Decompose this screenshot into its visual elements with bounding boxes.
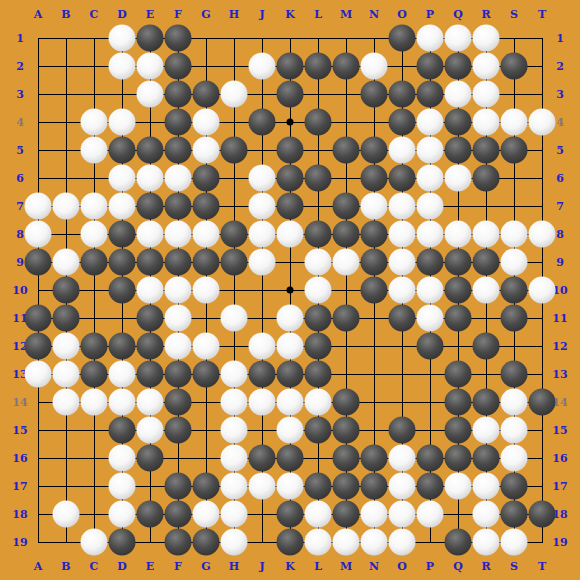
white-stone-E14[interactable] [137,389,164,416]
white-stone-H18[interactable] [221,501,248,528]
black-stone-K2[interactable] [277,53,304,80]
white-stone-S8[interactable] [501,221,528,248]
black-stone-L8[interactable] [305,221,332,248]
white-stone-D13[interactable] [109,361,136,388]
white-stone-S15[interactable] [501,417,528,444]
white-stone-D2[interactable] [109,53,136,80]
black-stone-K5[interactable] [277,137,304,164]
coord-bottom-E: E [146,561,154,572]
coord-bottom-N: N [369,561,379,572]
black-stone-M5[interactable] [333,137,360,164]
white-stone-E3[interactable] [137,81,164,108]
black-stone-O15[interactable] [389,417,416,444]
black-stone-S18[interactable] [501,501,528,528]
coord-left-17: 17 [12,481,27,492]
black-stone-F9[interactable] [165,249,192,276]
black-stone-Q10[interactable] [445,277,472,304]
black-stone-N3[interactable] [361,81,388,108]
black-stone-K3[interactable] [277,81,304,108]
black-stone-D5[interactable] [109,137,136,164]
white-stone-C8[interactable] [81,221,108,248]
white-stone-D17[interactable] [109,473,136,500]
white-stone-L10[interactable] [305,277,332,304]
white-stone-M9[interactable] [333,249,360,276]
black-stone-P17[interactable] [417,473,444,500]
white-stone-H14[interactable] [221,389,248,416]
white-stone-Q3[interactable] [445,81,472,108]
white-stone-H13[interactable] [221,361,248,388]
black-stone-E11[interactable] [137,305,164,332]
coord-right-17: 17 [552,481,567,492]
coord-right-7: 7 [556,201,564,212]
black-stone-A12[interactable] [25,333,52,360]
coord-left-2: 2 [16,61,24,72]
white-stone-J2[interactable] [249,53,276,80]
white-stone-R17[interactable] [473,473,500,500]
coord-left-10: 10 [12,285,27,296]
black-stone-H9[interactable] [221,249,248,276]
white-stone-P6[interactable] [417,165,444,192]
black-stone-R12[interactable] [473,333,500,360]
white-stone-B7[interactable] [53,193,80,220]
black-stone-B11[interactable] [53,305,80,332]
coord-right-15: 15 [552,425,567,436]
white-stone-R3[interactable] [473,81,500,108]
black-stone-F14[interactable] [165,389,192,416]
coord-top-C: C [90,9,99,20]
white-stone-O5[interactable] [389,137,416,164]
black-stone-Q16[interactable] [445,445,472,472]
star-point-K4 [287,119,294,126]
white-stone-R19[interactable] [473,529,500,556]
black-stone-L13[interactable] [305,361,332,388]
coord-top-O: O [397,9,407,20]
coord-top-A: A [34,9,43,20]
black-stone-F1[interactable] [165,25,192,52]
white-stone-J12[interactable] [249,333,276,360]
white-stone-R18[interactable] [473,501,500,528]
white-stone-K15[interactable] [277,417,304,444]
black-stone-A9[interactable] [25,249,52,276]
black-stone-F3[interactable] [165,81,192,108]
white-stone-R8[interactable] [473,221,500,248]
coord-bottom-K: K [285,561,295,572]
white-stone-J8[interactable] [249,221,276,248]
coord-right-2: 2 [556,61,564,72]
coord-right-19: 19 [552,537,567,548]
white-stone-E6[interactable] [137,165,164,192]
white-stone-R15[interactable] [473,417,500,444]
white-stone-Q8[interactable] [445,221,472,248]
coord-top-H: H [229,9,239,20]
white-stone-B12[interactable] [53,333,80,360]
coord-right-13: 13 [552,369,567,380]
black-stone-D10[interactable] [109,277,136,304]
black-stone-Q2[interactable] [445,53,472,80]
white-stone-O7[interactable] [389,193,416,220]
white-stone-K14[interactable] [277,389,304,416]
black-stone-L17[interactable] [305,473,332,500]
coord-left-4: 4 [16,117,24,128]
coord-left-3: 3 [16,89,24,100]
black-stone-G3[interactable] [193,81,220,108]
black-stone-Q14[interactable] [445,389,472,416]
black-stone-P2[interactable] [417,53,444,80]
black-stone-N10[interactable] [361,277,388,304]
white-stone-E15[interactable] [137,417,164,444]
white-stone-B18[interactable] [53,501,80,528]
coord-left-8: 8 [16,229,24,240]
white-stone-P1[interactable] [417,25,444,52]
black-stone-J16[interactable] [249,445,276,472]
white-stone-R1[interactable] [473,25,500,52]
white-stone-C5[interactable] [81,137,108,164]
white-stone-S9[interactable] [501,249,528,276]
coord-left-15: 15 [12,425,27,436]
white-stone-R4[interactable] [473,109,500,136]
black-stone-F4[interactable] [165,109,192,136]
white-stone-P5[interactable] [417,137,444,164]
white-stone-Q17[interactable] [445,473,472,500]
white-stone-D6[interactable] [109,165,136,192]
white-stone-N2[interactable] [361,53,388,80]
black-stone-F19[interactable] [165,529,192,556]
coord-bottom-B: B [61,561,70,572]
black-stone-L6[interactable] [305,165,332,192]
white-stone-B9[interactable] [53,249,80,276]
white-stone-O16[interactable] [389,445,416,472]
black-stone-L4[interactable] [305,109,332,136]
black-stone-K19[interactable] [277,529,304,556]
coord-top-L: L [314,9,322,20]
black-stone-F13[interactable] [165,361,192,388]
white-stone-P7[interactable] [417,193,444,220]
white-stone-S19[interactable] [501,529,528,556]
coord-top-R: R [481,9,490,20]
white-stone-P18[interactable] [417,501,444,528]
white-stone-K17[interactable] [277,473,304,500]
black-stone-Q13[interactable] [445,361,472,388]
coord-left-18: 18 [12,509,27,520]
black-stone-P9[interactable] [417,249,444,276]
black-stone-M18[interactable] [333,501,360,528]
white-stone-J9[interactable] [249,249,276,276]
black-stone-P16[interactable] [417,445,444,472]
white-stone-H16[interactable] [221,445,248,472]
white-stone-Q6[interactable] [445,165,472,192]
white-stone-S16[interactable] [501,445,528,472]
white-stone-T4[interactable] [529,109,556,136]
white-stone-H3[interactable] [221,81,248,108]
white-stone-E10[interactable] [137,277,164,304]
white-stone-E8[interactable] [137,221,164,248]
black-stone-C9[interactable] [81,249,108,276]
black-stone-R5[interactable] [473,137,500,164]
white-stone-D16[interactable] [109,445,136,472]
coord-left-6: 6 [16,173,24,184]
white-stone-A13[interactable] [25,361,52,388]
coord-left-14: 14 [12,397,27,408]
white-stone-D14[interactable] [109,389,136,416]
black-stone-Q9[interactable] [445,249,472,276]
black-stone-E9[interactable] [137,249,164,276]
black-stone-K18[interactable] [277,501,304,528]
white-stone-J17[interactable] [249,473,276,500]
black-stone-G17[interactable] [193,473,220,500]
white-stone-G18[interactable] [193,501,220,528]
white-stone-P4[interactable] [417,109,444,136]
white-stone-S14[interactable] [501,389,528,416]
coord-right-12: 12 [552,341,567,352]
black-stone-C13[interactable] [81,361,108,388]
white-stone-G12[interactable] [193,333,220,360]
black-stone-S5[interactable] [501,137,528,164]
black-stone-G13[interactable] [193,361,220,388]
white-stone-L19[interactable] [305,529,332,556]
white-stone-P10[interactable] [417,277,444,304]
white-stone-K11[interactable] [277,305,304,332]
black-stone-Q11[interactable] [445,305,472,332]
black-stone-E5[interactable] [137,137,164,164]
coord-bottom-H: H [229,561,239,572]
black-stone-F5[interactable] [165,137,192,164]
black-stone-P3[interactable] [417,81,444,108]
black-stone-D8[interactable] [109,221,136,248]
coord-top-F: F [174,9,182,20]
black-stone-F2[interactable] [165,53,192,80]
coord-left-16: 16 [12,453,27,464]
black-stone-Q4[interactable] [445,109,472,136]
white-stone-J7[interactable] [249,193,276,220]
black-stone-M14[interactable] [333,389,360,416]
black-stone-K6[interactable] [277,165,304,192]
white-stone-O9[interactable] [389,249,416,276]
white-stone-R10[interactable] [473,277,500,304]
black-stone-N9[interactable] [361,249,388,276]
black-stone-S13[interactable] [501,361,528,388]
coord-right-9: 9 [556,257,564,268]
black-stone-E12[interactable] [137,333,164,360]
coord-bottom-D: D [117,561,127,572]
white-stone-O8[interactable] [389,221,416,248]
white-stone-C4[interactable] [81,109,108,136]
white-stone-T8[interactable] [529,221,556,248]
white-stone-C7[interactable] [81,193,108,220]
black-stone-N17[interactable] [361,473,388,500]
white-stone-H19[interactable] [221,529,248,556]
coord-right-4: 4 [556,117,564,128]
black-stone-N8[interactable] [361,221,388,248]
coord-bottom-J: J [259,561,264,572]
black-stone-L12[interactable] [305,333,332,360]
white-stone-N18[interactable] [361,501,388,528]
white-stone-B14[interactable] [53,389,80,416]
black-stone-S10[interactable] [501,277,528,304]
white-stone-G10[interactable] [193,277,220,304]
black-stone-A11[interactable] [25,305,52,332]
white-stone-G8[interactable] [193,221,220,248]
white-stone-O18[interactable] [389,501,416,528]
go-board[interactable]: AABBCCDDEEFFGGHHJJKKLLMMNNOOPPQQRRSSTT11… [0,0,580,580]
black-stone-G7[interactable] [193,193,220,220]
coord-bottom-R: R [481,561,490,572]
white-stone-J6[interactable] [249,165,276,192]
white-stone-P11[interactable] [417,305,444,332]
coord-top-D: D [117,9,127,20]
black-stone-M15[interactable] [333,417,360,444]
black-stone-H8[interactable] [221,221,248,248]
coord-bottom-T: T [538,561,546,572]
black-stone-N16[interactable] [361,445,388,472]
black-stone-E7[interactable] [137,193,164,220]
black-stone-O1[interactable] [389,25,416,52]
coord-bottom-A: A [34,561,43,572]
black-stone-O4[interactable] [389,109,416,136]
black-stone-Q5[interactable] [445,137,472,164]
black-stone-E18[interactable] [137,501,164,528]
black-stone-E16[interactable] [137,445,164,472]
black-stone-T18[interactable] [529,501,556,528]
white-stone-B13[interactable] [53,361,80,388]
white-stone-O17[interactable] [389,473,416,500]
black-stone-E1[interactable] [137,25,164,52]
white-stone-C19[interactable] [81,529,108,556]
black-stone-D12[interactable] [109,333,136,360]
black-stone-N5[interactable] [361,137,388,164]
black-stone-C12[interactable] [81,333,108,360]
coord-top-G: G [201,9,210,20]
white-stone-D1[interactable] [109,25,136,52]
coord-right-1: 1 [556,33,564,44]
white-stone-C14[interactable] [81,389,108,416]
black-stone-J13[interactable] [249,361,276,388]
coord-top-T: T [538,9,546,20]
coord-bottom-G: G [201,561,210,572]
white-stone-F8[interactable] [165,221,192,248]
black-stone-M16[interactable] [333,445,360,472]
black-stone-O6[interactable] [389,165,416,192]
black-stone-R6[interactable] [473,165,500,192]
black-stone-G9[interactable] [193,249,220,276]
black-stone-Q15[interactable] [445,417,472,444]
coord-bottom-M: M [340,561,352,572]
black-stone-Q19[interactable] [445,529,472,556]
black-stone-S2[interactable] [501,53,528,80]
white-stone-F11[interactable] [165,305,192,332]
black-stone-M7[interactable] [333,193,360,220]
black-stone-S11[interactable] [501,305,528,332]
white-stone-G5[interactable] [193,137,220,164]
black-stone-L2[interactable] [305,53,332,80]
coord-top-B: B [61,9,70,20]
black-stone-E13[interactable] [137,361,164,388]
coord-right-16: 16 [552,453,567,464]
white-stone-E2[interactable] [137,53,164,80]
white-stone-T10[interactable] [529,277,556,304]
white-stone-L14[interactable] [305,389,332,416]
black-stone-H5[interactable] [221,137,248,164]
coord-left-9: 9 [16,257,24,268]
coord-right-11: 11 [552,313,567,324]
black-stone-B10[interactable] [53,277,80,304]
black-stone-J4[interactable] [249,109,276,136]
white-stone-F6[interactable] [165,165,192,192]
white-stone-S4[interactable] [501,109,528,136]
black-stone-G19[interactable] [193,529,220,556]
black-stone-F15[interactable] [165,417,192,444]
black-stone-T14[interactable] [529,389,556,416]
coord-left-1: 1 [16,33,24,44]
black-stone-M11[interactable] [333,305,360,332]
coord-top-Q: Q [453,9,463,20]
black-stone-D15[interactable] [109,417,136,444]
white-stone-M19[interactable] [333,529,360,556]
coord-bottom-O: O [397,561,407,572]
white-stone-G4[interactable] [193,109,220,136]
white-stone-O19[interactable] [389,529,416,556]
white-stone-A8[interactable] [25,221,52,248]
white-stone-P8[interactable] [417,221,444,248]
black-stone-P12[interactable] [417,333,444,360]
white-stone-H15[interactable] [221,417,248,444]
black-stone-R14[interactable] [473,389,500,416]
black-stone-M17[interactable] [333,473,360,500]
white-stone-F10[interactable] [165,277,192,304]
white-stone-R2[interactable] [473,53,500,80]
black-stone-K13[interactable] [277,361,304,388]
white-stone-L18[interactable] [305,501,332,528]
white-stone-H17[interactable] [221,473,248,500]
black-stone-M2[interactable] [333,53,360,80]
black-stone-M8[interactable] [333,221,360,248]
white-stone-F12[interactable] [165,333,192,360]
black-stone-O11[interactable] [389,305,416,332]
coord-bottom-P: P [426,561,434,572]
black-stone-D19[interactable] [109,529,136,556]
white-stone-D7[interactable] [109,193,136,220]
black-stone-O3[interactable] [389,81,416,108]
black-stone-L11[interactable] [305,305,332,332]
coord-top-J: J [259,9,264,20]
black-stone-F7[interactable] [165,193,192,220]
white-stone-A7[interactable] [25,193,52,220]
white-stone-D18[interactable] [109,501,136,528]
white-stone-J14[interactable] [249,389,276,416]
black-stone-S17[interactable] [501,473,528,500]
black-stone-L15[interactable] [305,417,332,444]
black-stone-K7[interactable] [277,193,304,220]
coord-left-5: 5 [16,145,24,156]
black-stone-D9[interactable] [109,249,136,276]
black-stone-G6[interactable] [193,165,220,192]
black-stone-F17[interactable] [165,473,192,500]
white-stone-Q1[interactable] [445,25,472,52]
white-stone-K8[interactable] [277,221,304,248]
white-stone-K12[interactable] [277,333,304,360]
black-stone-R16[interactable] [473,445,500,472]
white-stone-L9[interactable] [305,249,332,276]
white-stone-N19[interactable] [361,529,388,556]
black-stone-R9[interactable] [473,249,500,276]
white-stone-N7[interactable] [361,193,388,220]
black-stone-N6[interactable] [361,165,388,192]
white-stone-D4[interactable] [109,109,136,136]
black-stone-K16[interactable] [277,445,304,472]
white-stone-H11[interactable] [221,305,248,332]
black-stone-F18[interactable] [165,501,192,528]
white-stone-O10[interactable] [389,277,416,304]
coord-left-7: 7 [16,201,24,212]
